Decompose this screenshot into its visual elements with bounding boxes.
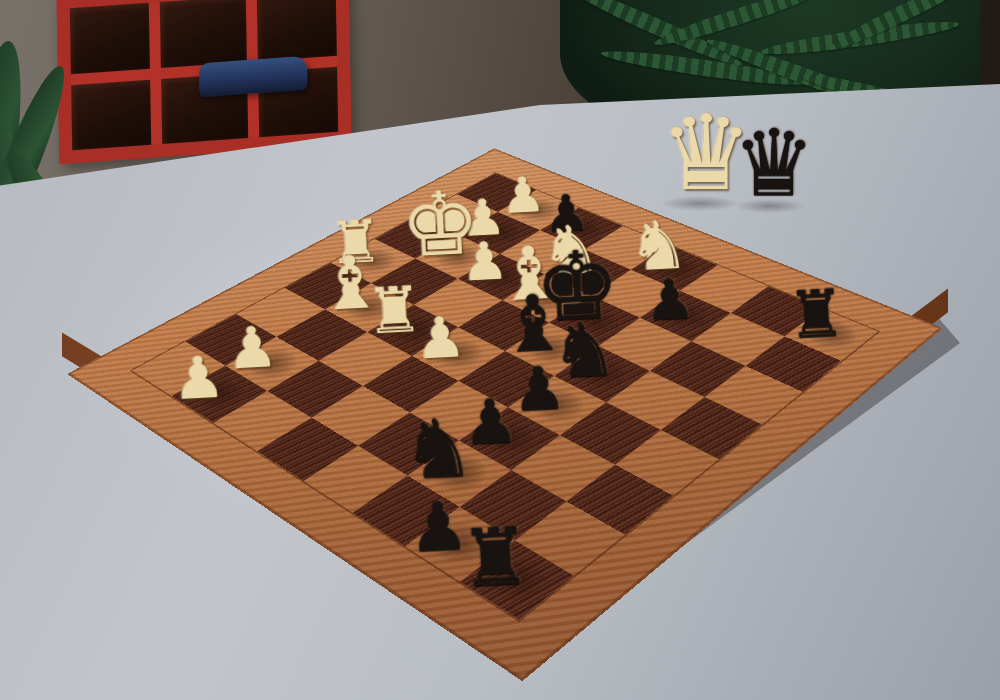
white-pawn-h2[interactable]: ♟ bbox=[171, 350, 226, 406]
white-pawn-e4[interactable]: ♟ bbox=[414, 311, 467, 366]
cabinet-shelf-cell bbox=[159, 0, 247, 68]
square-a8[interactable]: ♜ bbox=[785, 308, 878, 361]
cabinet-shelf-cell bbox=[257, 0, 337, 61]
photo-scene: ♟♟♞♜♟♞♟♚♟♝♚♜♝♞♝♜♟♟♟♟♞♟♟♜ ♛ ♛ bbox=[0, 0, 1000, 700]
black-knight-g6[interactable]: ♞ bbox=[400, 410, 476, 488]
black-rook-a8[interactable]: ♜ bbox=[786, 283, 847, 345]
cabinet-shelf-cell bbox=[71, 79, 151, 150]
square-h3[interactable] bbox=[213, 391, 311, 451]
black-pawn-b6[interactable]: ♟ bbox=[644, 274, 696, 327]
captured-black-queen[interactable]: ♛ bbox=[733, 122, 815, 207]
cabinet-shelf-cell bbox=[70, 3, 150, 74]
square-g2[interactable]: ♟ bbox=[225, 337, 318, 391]
square-h8[interactable]: ♜ bbox=[460, 540, 573, 619]
black-rook-h8[interactable]: ♜ bbox=[458, 520, 532, 596]
black-queen-glyph: ♛ bbox=[733, 110, 815, 217]
black-pawn-e6[interactable]: ♟ bbox=[511, 360, 567, 418]
white-pawn-g2[interactable]: ♟ bbox=[225, 321, 278, 376]
red-display-cabinet bbox=[57, 0, 352, 164]
